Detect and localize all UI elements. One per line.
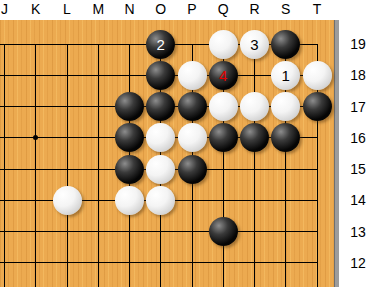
coord-label-right-16: 16 bbox=[350, 130, 366, 146]
stone-white-N14[interactable] bbox=[115, 186, 144, 215]
move-number-3: 3 bbox=[250, 37, 258, 52]
grid-hline-12 bbox=[0, 262, 318, 263]
stone-white-P16[interactable] bbox=[178, 123, 207, 152]
stone-white-P18[interactable] bbox=[178, 61, 207, 90]
coord-label-right-12: 12 bbox=[350, 255, 366, 271]
stone-black-O17[interactable] bbox=[146, 92, 175, 121]
coord-label-top-Q: Q bbox=[218, 1, 229, 17]
coord-label-top-T: T bbox=[313, 1, 322, 17]
coord-label-top-M: M bbox=[92, 1, 104, 17]
coord-label-right-19: 19 bbox=[350, 36, 366, 52]
stone-black-Q18[interactable]: 4 bbox=[209, 61, 238, 90]
star-point-K16 bbox=[33, 135, 38, 140]
coord-label-top-P: P bbox=[187, 1, 196, 17]
stone-white-O14[interactable] bbox=[146, 186, 175, 215]
stone-white-Q17[interactable] bbox=[209, 92, 238, 121]
coord-label-top-L: L bbox=[63, 1, 71, 17]
grid-hline-13 bbox=[0, 231, 318, 232]
move-number-4: 4 bbox=[219, 68, 227, 83]
move-number-1: 1 bbox=[282, 68, 290, 83]
coord-label-top-J: J bbox=[1, 1, 8, 17]
grid-vline-M bbox=[98, 44, 99, 287]
stone-black-S19[interactable] bbox=[271, 30, 300, 59]
stone-white-R19[interactable]: 3 bbox=[240, 30, 269, 59]
grid-vline-K bbox=[35, 44, 36, 287]
coord-label-top-K: K bbox=[31, 1, 40, 17]
stone-white-O15[interactable] bbox=[146, 155, 175, 184]
go-board-view: JKLMNOPQRST19181716151413122431 bbox=[0, 0, 379, 287]
stone-black-O18[interactable] bbox=[146, 61, 175, 90]
grid-vline-R bbox=[254, 44, 255, 287]
grid-vline-J bbox=[4, 44, 5, 287]
stone-white-S17[interactable] bbox=[271, 92, 300, 121]
stone-black-O19[interactable]: 2 bbox=[146, 30, 175, 59]
coord-label-right-15: 15 bbox=[350, 161, 366, 177]
coord-label-right-13: 13 bbox=[350, 224, 366, 240]
stone-white-S18[interactable]: 1 bbox=[271, 61, 300, 90]
coord-label-top-O: O bbox=[155, 1, 166, 17]
coord-label-top-N: N bbox=[124, 1, 134, 17]
coord-label-right-17: 17 bbox=[350, 99, 366, 115]
stone-black-Q13[interactable] bbox=[209, 217, 238, 246]
stone-black-Q16[interactable] bbox=[209, 123, 238, 152]
stone-black-S16[interactable] bbox=[271, 123, 300, 152]
stone-black-N15[interactable] bbox=[115, 155, 144, 184]
stone-white-R17[interactable] bbox=[240, 92, 269, 121]
stone-white-T18[interactable] bbox=[303, 61, 332, 90]
move-number-2: 2 bbox=[157, 37, 165, 52]
stone-black-P17[interactable] bbox=[178, 92, 207, 121]
stone-black-N17[interactable] bbox=[115, 92, 144, 121]
board-overlay: JKLMNOPQRST19181716151413122431 bbox=[0, 0, 379, 287]
stone-black-R16[interactable] bbox=[240, 123, 269, 152]
coord-label-top-S: S bbox=[281, 1, 290, 17]
stone-black-N16[interactable] bbox=[115, 123, 144, 152]
stone-black-T17[interactable] bbox=[303, 92, 332, 121]
coord-label-right-14: 14 bbox=[350, 192, 366, 208]
stone-white-Q19[interactable] bbox=[209, 30, 238, 59]
stone-white-L14[interactable] bbox=[53, 186, 82, 215]
stone-white-O16[interactable] bbox=[146, 123, 175, 152]
coord-label-top-R: R bbox=[249, 1, 259, 17]
coord-label-right-18: 18 bbox=[350, 67, 366, 83]
stone-black-P15[interactable] bbox=[178, 155, 207, 184]
grid-vline-L bbox=[67, 44, 68, 287]
